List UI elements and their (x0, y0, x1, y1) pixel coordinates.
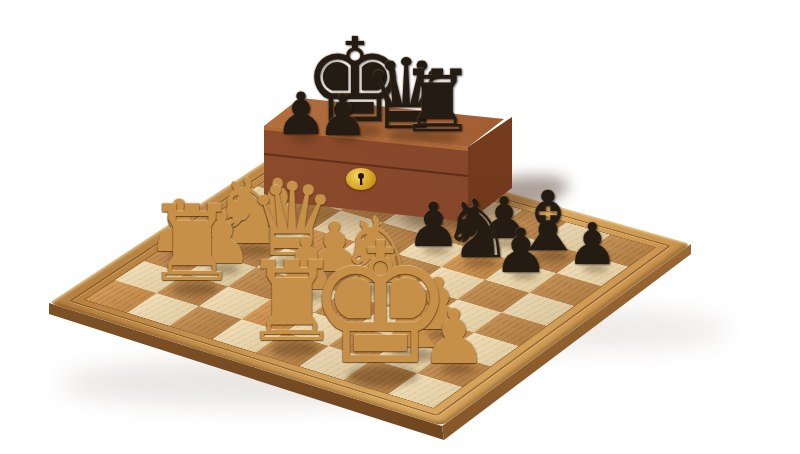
brass-keyhole-icon (346, 168, 376, 190)
box-front-face (0, 0, 800, 454)
box-right-face (0, 0, 800, 454)
chess-box (0, 0, 800, 454)
box-lid-seam (0, 0, 800, 454)
box-lid-top (0, 0, 800, 454)
chess-set-product-photo: ♟♟♜♞♟♛♟♟♜♞♚♝♟♟♟♞♟♟♝♟♟♟♚♛♜ (0, 0, 800, 454)
box-lid-front-edge (0, 0, 800, 454)
